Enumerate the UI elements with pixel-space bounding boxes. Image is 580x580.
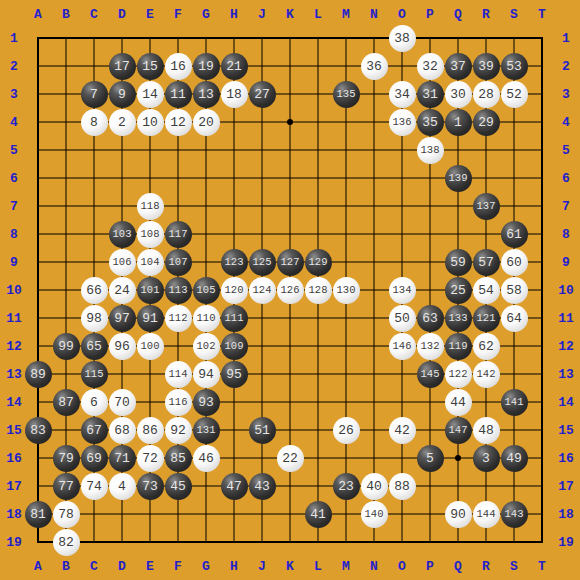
row-label-left-7: 7 [10, 199, 18, 214]
stone-move-number: 40 [366, 480, 382, 493]
stone-move-number: 29 [478, 116, 494, 129]
stone-white-F13[interactable]: 114 [165, 361, 192, 388]
stone-move-number: 122 [449, 369, 468, 380]
stone-move-number: 82 [58, 536, 74, 549]
stone-white-G11[interactable]: 110 [193, 305, 220, 332]
stone-white-Q13[interactable]: 122 [445, 361, 472, 388]
row-label-left-10: 10 [6, 283, 22, 298]
row-label-left-17: 17 [6, 479, 22, 494]
stone-move-number: 50 [394, 312, 410, 325]
stone-white-P12[interactable]: 132 [417, 333, 444, 360]
stone-white-C4[interactable]: 8 [81, 109, 108, 136]
stone-white-E7[interactable]: 118 [137, 193, 164, 220]
row-label-left-13: 13 [6, 367, 22, 382]
row-label-left-12: 12 [6, 339, 22, 354]
stone-move-number: 4 [118, 480, 126, 493]
stone-white-O10[interactable]: 134 [389, 277, 416, 304]
col-label-top-F: F [174, 7, 182, 22]
stone-black-K9[interactable]: 127 [277, 249, 304, 276]
stone-black-P4[interactable]: 35 [417, 109, 444, 136]
stone-move-number: 28 [478, 88, 494, 101]
stone-black-B16[interactable]: 79 [53, 445, 80, 472]
col-label-top-A: A [34, 7, 42, 22]
stone-white-K10[interactable]: 126 [277, 277, 304, 304]
stone-black-A15[interactable]: 83 [25, 417, 52, 444]
stone-move-number: 38 [394, 32, 410, 45]
stone-move-number: 11 [170, 88, 186, 101]
row-label-left-6: 6 [10, 171, 18, 186]
stone-move-number: 9 [118, 88, 126, 101]
stone-move-number: 27 [254, 88, 270, 101]
col-label-top-M: M [342, 7, 350, 22]
stone-white-C14[interactable]: 6 [81, 389, 108, 416]
stone-move-number: 14 [142, 88, 158, 101]
stone-move-number: 49 [506, 452, 522, 465]
stone-white-N2[interactable]: 36 [361, 53, 388, 80]
stone-move-number: 37 [450, 60, 466, 73]
stone-move-number: 142 [477, 369, 496, 380]
stone-black-R11[interactable]: 121 [473, 305, 500, 332]
stone-black-S14[interactable]: 141 [501, 389, 528, 416]
stone-move-number: 99 [58, 340, 74, 353]
stone-white-K16[interactable]: 22 [277, 445, 304, 472]
stone-black-S16[interactable]: 49 [501, 445, 528, 472]
stone-black-D11[interactable]: 97 [109, 305, 136, 332]
stone-white-D17[interactable]: 4 [109, 473, 136, 500]
stone-white-E15[interactable]: 86 [137, 417, 164, 444]
stone-black-F16[interactable]: 85 [165, 445, 192, 472]
stone-white-R10[interactable]: 54 [473, 277, 500, 304]
stone-black-S2[interactable]: 53 [501, 53, 528, 80]
row-label-left-18: 18 [6, 507, 22, 522]
stone-move-number: 3 [482, 452, 490, 465]
stone-white-R15[interactable]: 48 [473, 417, 500, 444]
stone-black-G10[interactable]: 105 [193, 277, 220, 304]
stone-black-L18[interactable]: 41 [305, 501, 332, 528]
col-label-bottom-G: G [202, 559, 210, 574]
row-label-right-6: 6 [562, 171, 570, 186]
stone-move-number: 32 [422, 60, 438, 73]
row-label-left-5: 5 [10, 143, 18, 158]
stone-black-H9[interactable]: 123 [221, 249, 248, 276]
stone-move-number: 126 [281, 285, 300, 296]
stone-move-number: 45 [170, 480, 186, 493]
stone-move-number: 121 [477, 313, 496, 324]
stone-move-number: 48 [478, 424, 494, 437]
stone-move-number: 71 [114, 452, 130, 465]
stone-white-E12[interactable]: 100 [137, 333, 164, 360]
stone-black-R4[interactable]: 29 [473, 109, 500, 136]
stone-black-M17[interactable]: 23 [333, 473, 360, 500]
stone-white-O12[interactable]: 146 [389, 333, 416, 360]
stone-black-R9[interactable]: 57 [473, 249, 500, 276]
col-label-top-O: O [398, 7, 406, 22]
stone-black-G2[interactable]: 19 [193, 53, 220, 80]
stone-move-number: 144 [477, 509, 496, 520]
stone-move-number: 63 [422, 312, 438, 325]
stone-move-number: 68 [114, 424, 130, 437]
stone-white-C17[interactable]: 74 [81, 473, 108, 500]
stone-white-Q18[interactable]: 90 [445, 501, 472, 528]
stone-white-Q3[interactable]: 30 [445, 81, 472, 108]
row-label-right-9: 9 [562, 255, 570, 270]
stone-black-S18[interactable]: 143 [501, 501, 528, 528]
star-point-K4 [287, 119, 293, 125]
stone-black-D8[interactable]: 103 [109, 221, 136, 248]
stone-move-number: 62 [478, 340, 494, 353]
stone-white-P2[interactable]: 32 [417, 53, 444, 80]
stone-white-P5[interactable]: 138 [417, 137, 444, 164]
row-label-left-1: 1 [10, 31, 18, 46]
stone-move-number: 72 [142, 452, 158, 465]
stone-white-H10[interactable]: 120 [221, 277, 248, 304]
stone-move-number: 87 [58, 396, 74, 409]
stone-white-D9[interactable]: 106 [109, 249, 136, 276]
stone-white-N18[interactable]: 140 [361, 501, 388, 528]
stone-white-S9[interactable]: 60 [501, 249, 528, 276]
stone-move-number: 105 [197, 285, 216, 296]
stone-move-number: 136 [393, 117, 412, 128]
stone-black-S8[interactable]: 61 [501, 221, 528, 248]
stone-move-number: 116 [169, 397, 188, 408]
stone-move-number: 36 [366, 60, 382, 73]
stone-move-number: 83 [30, 424, 46, 437]
row-label-left-3: 3 [10, 87, 18, 102]
stone-white-O15[interactable]: 42 [389, 417, 416, 444]
stone-white-D12[interactable]: 96 [109, 333, 136, 360]
stone-white-Q14[interactable]: 44 [445, 389, 472, 416]
stone-move-number: 7 [90, 88, 98, 101]
col-label-bottom-R: R [482, 559, 490, 574]
stone-move-number: 78 [58, 508, 74, 521]
stone-white-R12[interactable]: 62 [473, 333, 500, 360]
row-label-right-1: 1 [562, 31, 570, 46]
stone-white-E3[interactable]: 14 [137, 81, 164, 108]
stone-black-Q2[interactable]: 37 [445, 53, 472, 80]
stone-move-number: 114 [169, 369, 188, 380]
stone-black-P13[interactable]: 145 [417, 361, 444, 388]
stone-white-F11[interactable]: 112 [165, 305, 192, 332]
col-label-top-S: S [510, 7, 518, 22]
stone-move-number: 34 [394, 88, 410, 101]
stone-white-L10[interactable]: 128 [305, 277, 332, 304]
stone-black-H11[interactable]: 111 [221, 305, 248, 332]
col-label-top-J: J [258, 7, 266, 22]
stone-white-O3[interactable]: 34 [389, 81, 416, 108]
stone-white-D4[interactable]: 2 [109, 109, 136, 136]
stone-move-number: 2 [118, 116, 126, 129]
stone-black-J9[interactable]: 125 [249, 249, 276, 276]
stone-move-number: 134 [393, 285, 412, 296]
stone-move-number: 13 [198, 88, 214, 101]
stone-move-number: 96 [114, 340, 130, 353]
row-label-right-13: 13 [558, 367, 574, 382]
stone-black-H13[interactable]: 95 [221, 361, 248, 388]
stone-white-S11[interactable]: 64 [501, 305, 528, 332]
row-label-right-8: 8 [562, 227, 570, 242]
stone-move-number: 69 [86, 452, 102, 465]
stone-white-R13[interactable]: 142 [473, 361, 500, 388]
stone-move-number: 109 [225, 341, 244, 352]
stone-black-L9[interactable]: 129 [305, 249, 332, 276]
stone-black-E11[interactable]: 91 [137, 305, 164, 332]
stone-move-number: 127 [281, 257, 300, 268]
stone-white-G12[interactable]: 102 [193, 333, 220, 360]
stone-black-P11[interactable]: 63 [417, 305, 444, 332]
stone-move-number: 137 [477, 201, 496, 212]
stone-move-number: 118 [141, 201, 160, 212]
stone-move-number: 81 [30, 508, 46, 521]
stone-black-J3[interactable]: 27 [249, 81, 276, 108]
stone-move-number: 117 [169, 229, 188, 240]
row-label-right-2: 2 [562, 59, 570, 74]
col-label-top-T: T [538, 7, 546, 22]
stone-black-C13[interactable]: 115 [81, 361, 108, 388]
row-label-left-16: 16 [6, 451, 22, 466]
stone-white-E4[interactable]: 10 [137, 109, 164, 136]
stone-move-number: 47 [226, 480, 242, 493]
row-label-right-14: 14 [558, 395, 574, 410]
row-label-right-7: 7 [562, 199, 570, 214]
row-label-right-4: 4 [562, 115, 570, 130]
stone-move-number: 58 [506, 284, 522, 297]
stone-white-F15[interactable]: 92 [165, 417, 192, 444]
stone-move-number: 147 [449, 425, 468, 436]
stone-black-P3[interactable]: 31 [417, 81, 444, 108]
stone-black-B17[interactable]: 77 [53, 473, 80, 500]
stone-white-F4[interactable]: 12 [165, 109, 192, 136]
stone-move-number: 93 [198, 396, 214, 409]
stone-move-number: 102 [197, 341, 216, 352]
row-label-right-15: 15 [558, 423, 574, 438]
stone-black-R7[interactable]: 137 [473, 193, 500, 220]
stone-black-G3[interactable]: 13 [193, 81, 220, 108]
stone-black-D3[interactable]: 9 [109, 81, 136, 108]
stone-move-number: 91 [142, 312, 158, 325]
stone-black-E17[interactable]: 73 [137, 473, 164, 500]
stone-black-G15[interactable]: 131 [193, 417, 220, 444]
stone-white-M10[interactable]: 130 [333, 277, 360, 304]
stone-black-M3[interactable]: 135 [333, 81, 360, 108]
stone-black-R2[interactable]: 39 [473, 53, 500, 80]
col-label-bottom-H: H [230, 559, 238, 574]
stone-move-number: 17 [114, 60, 130, 73]
stone-move-number: 119 [449, 341, 468, 352]
stone-white-O4[interactable]: 136 [389, 109, 416, 136]
stone-black-G14[interactable]: 93 [193, 389, 220, 416]
stone-move-number: 74 [86, 480, 102, 493]
stone-black-R16[interactable]: 3 [473, 445, 500, 472]
stone-black-C16[interactable]: 69 [81, 445, 108, 472]
stone-white-O1[interactable]: 38 [389, 25, 416, 52]
stone-move-number: 124 [253, 285, 272, 296]
stone-black-B12[interactable]: 99 [53, 333, 80, 360]
stone-white-O11[interactable]: 50 [389, 305, 416, 332]
stone-white-F2[interactable]: 16 [165, 53, 192, 80]
col-label-top-C: C [90, 7, 98, 22]
stone-white-E8[interactable]: 108 [137, 221, 164, 248]
stone-move-number: 100 [141, 341, 160, 352]
stone-black-A13[interactable]: 89 [25, 361, 52, 388]
stone-move-number: 6 [90, 396, 98, 409]
stone-black-C12[interactable]: 65 [81, 333, 108, 360]
stone-move-number: 104 [141, 257, 160, 268]
stone-move-number: 129 [309, 257, 328, 268]
stone-move-number: 77 [58, 480, 74, 493]
stone-black-B14[interactable]: 87 [53, 389, 80, 416]
stone-white-G16[interactable]: 46 [193, 445, 220, 472]
stone-move-number: 135 [337, 89, 356, 100]
stone-move-number: 95 [226, 368, 242, 381]
stone-white-S10[interactable]: 58 [501, 277, 528, 304]
stone-move-number: 107 [169, 257, 188, 268]
stone-move-number: 120 [225, 285, 244, 296]
col-label-top-D: D [118, 7, 126, 22]
stone-black-H12[interactable]: 109 [221, 333, 248, 360]
stone-move-number: 42 [394, 424, 410, 437]
col-label-top-K: K [286, 7, 294, 22]
stone-white-B19[interactable]: 82 [53, 529, 80, 556]
star-point-Q16 [455, 455, 461, 461]
stone-white-D14[interactable]: 70 [109, 389, 136, 416]
row-label-left-2: 2 [10, 59, 18, 74]
stone-white-S3[interactable]: 52 [501, 81, 528, 108]
col-label-bottom-B: B [62, 559, 70, 574]
stone-black-F17[interactable]: 45 [165, 473, 192, 500]
stone-black-Q4[interactable]: 1 [445, 109, 472, 136]
stone-move-number: 52 [506, 88, 522, 101]
stone-move-number: 131 [197, 425, 216, 436]
stone-move-number: 146 [393, 341, 412, 352]
stone-black-E10[interactable]: 101 [137, 277, 164, 304]
stone-black-H2[interactable]: 21 [221, 53, 248, 80]
stone-black-J15[interactable]: 51 [249, 417, 276, 444]
stone-move-number: 39 [478, 60, 494, 73]
stone-black-P16[interactable]: 5 [417, 445, 444, 472]
stone-black-H17[interactable]: 47 [221, 473, 248, 500]
stone-white-D15[interactable]: 68 [109, 417, 136, 444]
stone-black-C3[interactable]: 7 [81, 81, 108, 108]
stone-move-number: 25 [450, 284, 466, 297]
stone-white-N17[interactable]: 40 [361, 473, 388, 500]
col-label-top-N: N [370, 7, 378, 22]
stone-move-number: 106 [113, 257, 132, 268]
stone-black-F8[interactable]: 117 [165, 221, 192, 248]
stone-black-F10[interactable]: 113 [165, 277, 192, 304]
stone-white-D10[interactable]: 24 [109, 277, 136, 304]
row-label-left-15: 15 [6, 423, 22, 438]
stone-white-R18[interactable]: 144 [473, 501, 500, 528]
stone-black-F9[interactable]: 107 [165, 249, 192, 276]
col-label-top-E: E [146, 7, 154, 22]
stone-black-Q15[interactable]: 147 [445, 417, 472, 444]
stone-move-number: 18 [226, 88, 242, 101]
row-label-left-8: 8 [10, 227, 18, 242]
stone-black-Q6[interactable]: 139 [445, 165, 472, 192]
stone-move-number: 46 [198, 452, 214, 465]
stone-move-number: 53 [506, 60, 522, 73]
stone-white-C10[interactable]: 66 [81, 277, 108, 304]
col-label-bottom-L: L [314, 559, 322, 574]
row-label-left-19: 19 [6, 535, 22, 550]
go-board[interactable]: AABBCCDDEEFFGGHHJJKKLLMMNNOOPPQQRRSSTT11… [0, 0, 580, 580]
stone-move-number: 54 [478, 284, 494, 297]
stone-move-number: 103 [113, 229, 132, 240]
col-label-top-G: G [202, 7, 210, 22]
stone-white-E16[interactable]: 72 [137, 445, 164, 472]
stone-move-number: 61 [506, 228, 522, 241]
stone-move-number: 97 [114, 312, 130, 325]
stone-move-number: 65 [86, 340, 102, 353]
stone-move-number: 43 [254, 480, 270, 493]
stone-white-G13[interactable]: 94 [193, 361, 220, 388]
stone-white-O17[interactable]: 88 [389, 473, 416, 500]
stone-black-E2[interactable]: 15 [137, 53, 164, 80]
stone-move-number: 31 [422, 88, 438, 101]
stone-white-R3[interactable]: 28 [473, 81, 500, 108]
stone-white-F14[interactable]: 116 [165, 389, 192, 416]
stone-white-H3[interactable]: 18 [221, 81, 248, 108]
stone-move-number: 125 [253, 257, 272, 268]
stone-black-Q9[interactable]: 59 [445, 249, 472, 276]
stone-white-M15[interactable]: 26 [333, 417, 360, 444]
stone-move-number: 112 [169, 313, 188, 324]
stone-black-Q12[interactable]: 119 [445, 333, 472, 360]
stone-black-J17[interactable]: 43 [249, 473, 276, 500]
stone-move-number: 73 [142, 480, 158, 493]
stone-move-number: 115 [85, 369, 104, 380]
col-label-top-B: B [62, 7, 70, 22]
stone-move-number: 143 [505, 509, 524, 520]
stone-white-B18[interactable]: 78 [53, 501, 80, 528]
col-label-bottom-T: T [538, 559, 546, 574]
stone-black-C15[interactable]: 67 [81, 417, 108, 444]
stone-white-G4[interactable]: 20 [193, 109, 220, 136]
stone-black-A18[interactable]: 81 [25, 501, 52, 528]
stone-move-number: 59 [450, 256, 466, 269]
stone-move-number: 111 [225, 313, 244, 324]
stone-move-number: 60 [506, 256, 522, 269]
stone-move-number: 16 [170, 60, 186, 73]
stone-move-number: 98 [86, 312, 102, 325]
stone-move-number: 133 [449, 313, 468, 324]
stone-move-number: 10 [142, 116, 158, 129]
stone-white-E9[interactable]: 104 [137, 249, 164, 276]
stone-black-D16[interactable]: 71 [109, 445, 136, 472]
stone-move-number: 64 [506, 312, 522, 325]
stone-move-number: 12 [170, 116, 186, 129]
stone-white-C11[interactable]: 98 [81, 305, 108, 332]
stone-move-number: 24 [114, 284, 130, 297]
stone-black-F3[interactable]: 11 [165, 81, 192, 108]
stone-move-number: 88 [394, 480, 410, 493]
stone-move-number: 108 [141, 229, 160, 240]
col-label-bottom-N: N [370, 559, 378, 574]
stone-move-number: 132 [421, 341, 440, 352]
col-label-top-P: P [426, 7, 434, 22]
stone-move-number: 94 [198, 368, 214, 381]
col-label-top-R: R [482, 7, 490, 22]
stone-move-number: 101 [141, 285, 160, 296]
stone-move-number: 90 [450, 508, 466, 521]
stone-move-number: 22 [282, 452, 298, 465]
row-label-right-3: 3 [562, 87, 570, 102]
stone-white-J10[interactable]: 124 [249, 277, 276, 304]
stone-black-D2[interactable]: 17 [109, 53, 136, 80]
stone-black-Q10[interactable]: 25 [445, 277, 472, 304]
row-label-left-11: 11 [6, 311, 22, 326]
stone-black-Q11[interactable]: 133 [445, 305, 472, 332]
